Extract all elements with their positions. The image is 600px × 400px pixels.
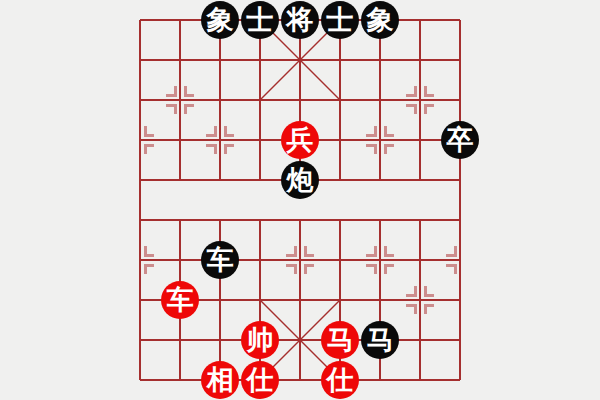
piece-glyph: 象 bbox=[367, 6, 394, 33]
red-soldier-piece[interactable]: 兵 bbox=[281, 121, 319, 159]
piece-glyph: 马 bbox=[367, 326, 394, 353]
red-elephant-piece[interactable]: 相 bbox=[201, 361, 239, 399]
piece-glyph: 仕 bbox=[247, 366, 274, 393]
piece-glyph: 马 bbox=[327, 326, 354, 353]
piece-glyph: 仕 bbox=[327, 366, 354, 393]
piece-glyph: 车 bbox=[167, 286, 194, 313]
red-chariot-piece[interactable]: 车 bbox=[161, 281, 199, 319]
black-advisor-piece[interactable]: 士 bbox=[321, 1, 359, 39]
piece-glyph: 炮 bbox=[287, 166, 314, 193]
red-horse-piece[interactable]: 马 bbox=[321, 321, 359, 359]
black-elephant-piece[interactable]: 象 bbox=[361, 1, 399, 39]
piece-glyph: 士 bbox=[247, 6, 274, 33]
piece-glyph: 兵 bbox=[287, 126, 314, 153]
piece-glyph: 车 bbox=[207, 246, 234, 273]
piece-glyph: 士 bbox=[327, 6, 354, 33]
black-chariot-piece[interactable]: 车 bbox=[201, 241, 239, 279]
black-advisor-piece[interactable]: 士 bbox=[241, 1, 279, 39]
piece-glyph: 卒 bbox=[447, 126, 474, 153]
red-advisor-piece[interactable]: 仕 bbox=[321, 361, 359, 399]
piece-glyph: 相 bbox=[207, 366, 234, 393]
pieces-layer: 象士将士象兵卒炮车车帅马马相仕仕 bbox=[120, 0, 480, 400]
piece-glyph: 象 bbox=[207, 6, 234, 33]
piece-glyph: 将 bbox=[287, 6, 314, 33]
black-general-piece[interactable]: 将 bbox=[281, 1, 319, 39]
black-elephant-piece[interactable]: 象 bbox=[201, 1, 239, 39]
black-cannon-piece[interactable]: 炮 bbox=[281, 161, 319, 199]
black-horse-piece[interactable]: 马 bbox=[361, 321, 399, 359]
red-advisor-piece[interactable]: 仕 bbox=[241, 361, 279, 399]
black-soldier-piece[interactable]: 卒 bbox=[441, 121, 479, 159]
piece-glyph: 帅 bbox=[247, 326, 274, 353]
red-general-piece[interactable]: 帅 bbox=[241, 321, 279, 359]
xiangqi-board: 象士将士象兵卒炮车车帅马马相仕仕 bbox=[0, 0, 600, 400]
